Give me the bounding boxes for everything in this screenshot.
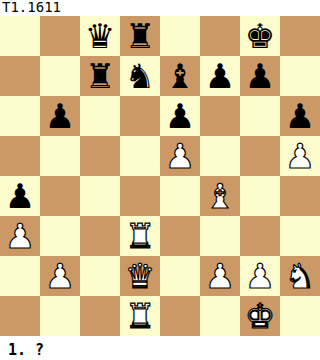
square-d2[interactable]: ♛: [120, 256, 160, 296]
square-b7[interactable]: [40, 56, 80, 96]
square-h2[interactable]: ♞: [280, 256, 320, 296]
square-f8[interactable]: [200, 16, 240, 56]
square-f3[interactable]: [200, 216, 240, 256]
white-pawn-piece: ♟: [5, 216, 35, 256]
chess-puzzle-page: T1.1611 ♛♜♚♜♞♝♟♟♟♟♟♟♟♟♝♟♜♟♛♟♟♞♜♚ 1. ?: [0, 0, 320, 359]
square-b4[interactable]: [40, 176, 80, 216]
black-king-piece: ♚: [245, 16, 275, 56]
square-b5[interactable]: [40, 136, 80, 176]
square-d8[interactable]: ♜: [120, 16, 160, 56]
square-f7[interactable]: ♟: [200, 56, 240, 96]
square-e3[interactable]: [160, 216, 200, 256]
white-knight-piece: ♞: [285, 256, 315, 296]
square-e4[interactable]: [160, 176, 200, 216]
square-a3[interactable]: ♟: [0, 216, 40, 256]
white-pawn-piece: ♟: [165, 136, 195, 176]
square-b3[interactable]: [40, 216, 80, 256]
square-c2[interactable]: [80, 256, 120, 296]
square-a2[interactable]: [0, 256, 40, 296]
white-pawn-piece: ♟: [205, 256, 235, 296]
square-f5[interactable]: [200, 136, 240, 176]
square-f2[interactable]: ♟: [200, 256, 240, 296]
square-a6[interactable]: [0, 96, 40, 136]
black-pawn-piece: ♟: [45, 96, 75, 136]
square-g2[interactable]: ♟: [240, 256, 280, 296]
square-e2[interactable]: [160, 256, 200, 296]
black-pawn-piece: ♟: [245, 56, 275, 96]
black-pawn-piece: ♟: [285, 96, 315, 136]
square-a8[interactable]: [0, 16, 40, 56]
square-h7[interactable]: [280, 56, 320, 96]
square-e1[interactable]: [160, 296, 200, 336]
square-h3[interactable]: [280, 216, 320, 256]
square-g8[interactable]: ♚: [240, 16, 280, 56]
puzzle-title: T1.1611: [0, 0, 320, 16]
square-h8[interactable]: [280, 16, 320, 56]
square-a5[interactable]: [0, 136, 40, 176]
square-h6[interactable]: ♟: [280, 96, 320, 136]
square-a1[interactable]: [0, 296, 40, 336]
square-d5[interactable]: [120, 136, 160, 176]
black-pawn-piece: ♟: [5, 176, 35, 216]
square-c5[interactable]: [80, 136, 120, 176]
white-pawn-piece: ♟: [45, 256, 75, 296]
square-c8[interactable]: ♛: [80, 16, 120, 56]
square-e6[interactable]: ♟: [160, 96, 200, 136]
square-d3[interactable]: ♜: [120, 216, 160, 256]
black-pawn-piece: ♟: [205, 56, 235, 96]
square-c1[interactable]: [80, 296, 120, 336]
square-b1[interactable]: [40, 296, 80, 336]
square-d1[interactable]: ♜: [120, 296, 160, 336]
square-g1[interactable]: ♚: [240, 296, 280, 336]
square-h4[interactable]: [280, 176, 320, 216]
chess-board: ♛♜♚♜♞♝♟♟♟♟♟♟♟♟♝♟♜♟♛♟♟♞♜♚: [0, 16, 320, 336]
square-c4[interactable]: [80, 176, 120, 216]
square-g5[interactable]: [240, 136, 280, 176]
square-b8[interactable]: [40, 16, 80, 56]
square-b6[interactable]: ♟: [40, 96, 80, 136]
square-g3[interactable]: [240, 216, 280, 256]
square-g4[interactable]: [240, 176, 280, 216]
square-f4[interactable]: ♝: [200, 176, 240, 216]
white-rook-piece: ♜: [125, 296, 155, 336]
square-c3[interactable]: [80, 216, 120, 256]
square-g6[interactable]: [240, 96, 280, 136]
square-c6[interactable]: [80, 96, 120, 136]
square-h1[interactable]: [280, 296, 320, 336]
white-pawn-piece: ♟: [285, 136, 315, 176]
square-g7[interactable]: ♟: [240, 56, 280, 96]
black-rook-piece: ♜: [125, 16, 155, 56]
square-f6[interactable]: [200, 96, 240, 136]
square-f1[interactable]: [200, 296, 240, 336]
white-rook-piece: ♜: [125, 216, 155, 256]
square-a7[interactable]: [0, 56, 40, 96]
white-pawn-piece: ♟: [245, 256, 275, 296]
black-bishop-piece: ♝: [165, 56, 195, 96]
square-b2[interactable]: ♟: [40, 256, 80, 296]
square-d4[interactable]: [120, 176, 160, 216]
square-d7[interactable]: ♞: [120, 56, 160, 96]
white-king-piece: ♚: [245, 296, 275, 336]
move-prompt: 1. ?: [0, 336, 320, 359]
white-queen-piece: ♛: [125, 256, 155, 296]
square-e7[interactable]: ♝: [160, 56, 200, 96]
square-a4[interactable]: ♟: [0, 176, 40, 216]
black-queen-piece: ♛: [85, 16, 115, 56]
square-e8[interactable]: [160, 16, 200, 56]
square-e5[interactable]: ♟: [160, 136, 200, 176]
black-rook-piece: ♜: [85, 56, 115, 96]
square-c7[interactable]: ♜: [80, 56, 120, 96]
square-d6[interactable]: [120, 96, 160, 136]
black-pawn-piece: ♟: [165, 96, 195, 136]
square-h5[interactable]: ♟: [280, 136, 320, 176]
black-knight-piece: ♞: [125, 56, 155, 96]
white-bishop-piece: ♝: [205, 176, 235, 216]
